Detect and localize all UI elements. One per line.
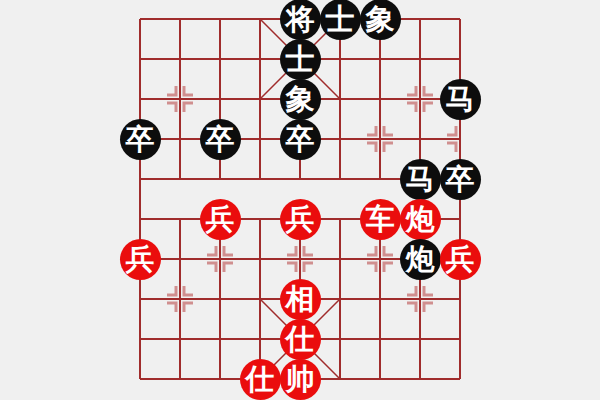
piece-black-soldier[interactable]: 卒: [280, 119, 321, 160]
piece-black-elephant[interactable]: 象: [280, 79, 321, 120]
piece-black-soldier[interactable]: 卒: [440, 159, 481, 200]
piece-black-horse[interactable]: 马: [440, 79, 481, 120]
piece-black-general[interactable]: 将: [280, 0, 321, 40]
piece-red-advisor[interactable]: 仕: [240, 359, 281, 400]
piece-black-advisor[interactable]: 士: [280, 39, 321, 80]
piece-black-soldier[interactable]: 卒: [200, 119, 241, 160]
piece-red-soldier[interactable]: 兵: [120, 239, 161, 280]
piece-red-soldier[interactable]: 兵: [440, 239, 481, 280]
piece-red-soldier[interactable]: 兵: [200, 199, 241, 240]
piece-red-chariot[interactable]: 车: [360, 199, 401, 240]
piece-red-elephant[interactable]: 相: [280, 279, 321, 320]
piece-red-general[interactable]: 帅: [280, 359, 321, 400]
piece-black-horse[interactable]: 马: [400, 159, 441, 200]
piece-red-cannon[interactable]: 炮: [400, 199, 441, 240]
board-grid: 将士象士象马卒卒卒马卒兵兵车炮兵炮兵相仕仕帅: [120, 0, 480, 399]
piece-black-soldier[interactable]: 卒: [120, 119, 161, 160]
xiangqi-board: 将士象士象马卒卒卒马卒兵兵车炮兵炮兵相仕仕帅: [0, 0, 600, 400]
piece-red-soldier[interactable]: 兵: [280, 199, 321, 240]
piece-black-advisor[interactable]: 士: [320, 0, 361, 40]
piece-black-elephant[interactable]: 象: [360, 0, 401, 40]
piece-black-cannon[interactable]: 炮: [400, 239, 441, 280]
piece-red-advisor[interactable]: 仕: [280, 319, 321, 360]
